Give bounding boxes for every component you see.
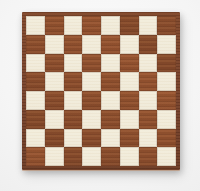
square-a4 (26, 91, 45, 110)
square-e4 (101, 91, 120, 110)
square-g5 (139, 72, 158, 91)
square-a5 (26, 72, 45, 91)
chessboard-frame (22, 12, 180, 170)
square-e5 (101, 72, 120, 91)
square-c1 (64, 147, 83, 166)
square-g3 (139, 110, 158, 129)
square-a3 (26, 110, 45, 129)
square-b6 (45, 54, 64, 73)
square-g6 (139, 54, 158, 73)
square-g8 (139, 16, 158, 35)
square-b5 (45, 72, 64, 91)
square-c4 (64, 91, 83, 110)
square-h6 (157, 54, 176, 73)
square-d8 (82, 16, 101, 35)
square-h3 (157, 110, 176, 129)
square-f8 (120, 16, 139, 35)
square-h7 (157, 35, 176, 54)
square-e2 (101, 129, 120, 148)
square-g1 (139, 147, 158, 166)
square-f4 (120, 91, 139, 110)
square-c6 (64, 54, 83, 73)
square-e6 (101, 54, 120, 73)
square-a2 (26, 129, 45, 148)
square-a7 (26, 35, 45, 54)
square-f1 (120, 147, 139, 166)
square-h5 (157, 72, 176, 91)
square-b1 (45, 147, 64, 166)
square-f5 (120, 72, 139, 91)
square-c3 (64, 110, 83, 129)
square-d6 (82, 54, 101, 73)
square-b4 (45, 91, 64, 110)
square-e8 (101, 16, 120, 35)
square-f6 (120, 54, 139, 73)
square-c5 (64, 72, 83, 91)
square-d2 (82, 129, 101, 148)
square-c2 (64, 129, 83, 148)
square-d4 (82, 91, 101, 110)
square-d3 (82, 110, 101, 129)
square-a6 (26, 54, 45, 73)
square-d1 (82, 147, 101, 166)
square-a8 (26, 16, 45, 35)
square-e7 (101, 35, 120, 54)
square-f3 (120, 110, 139, 129)
square-d5 (82, 72, 101, 91)
square-d7 (82, 35, 101, 54)
square-b8 (45, 16, 64, 35)
square-b7 (45, 35, 64, 54)
square-h1 (157, 147, 176, 166)
square-f2 (120, 129, 139, 148)
product-photo-background (0, 0, 200, 191)
square-c8 (64, 16, 83, 35)
square-e1 (101, 147, 120, 166)
square-h4 (157, 91, 176, 110)
square-h8 (157, 16, 176, 35)
square-c7 (64, 35, 83, 54)
square-f7 (120, 35, 139, 54)
square-h2 (157, 129, 176, 148)
square-e3 (101, 110, 120, 129)
chessboard (26, 16, 176, 166)
square-b2 (45, 129, 64, 148)
square-g7 (139, 35, 158, 54)
square-b3 (45, 110, 64, 129)
square-g2 (139, 129, 158, 148)
square-g4 (139, 91, 158, 110)
square-a1 (26, 147, 45, 166)
